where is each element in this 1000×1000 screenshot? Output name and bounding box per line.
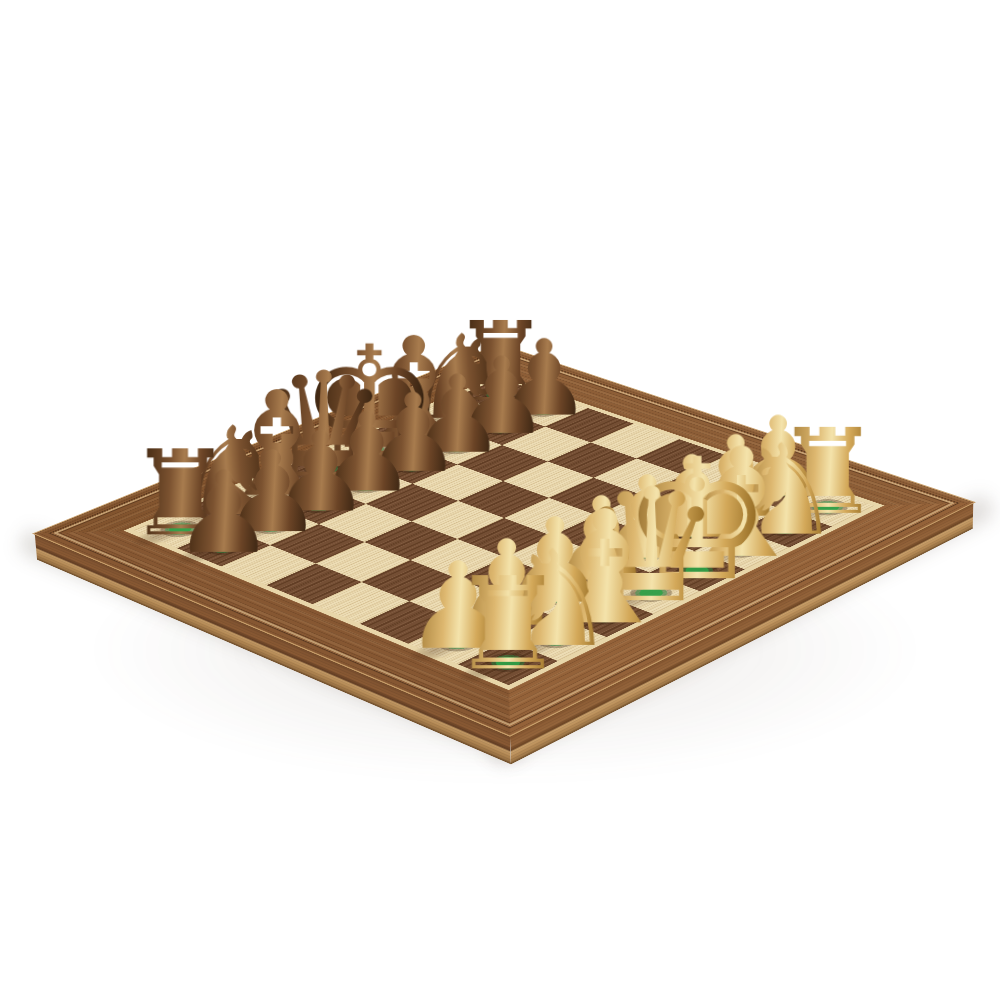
- piece-glyph: ♟: [173, 456, 275, 569]
- rook-icon: ♜: [451, 560, 566, 688]
- camera-roll: ♜♞♝♛♚♝♞♜♟♟♟♟♟♟♟♟♟♟♟♟♟♟♟♟♜♞♝♛♚♝♞♜: [0, 0, 1000, 1000]
- pawn-icon: ♟: [173, 456, 275, 569]
- piece-glyph: ♜: [451, 560, 566, 688]
- scene: ♜♞♝♛♚♝♞♜♟♟♟♟♟♟♟♟♟♟♟♟♟♟♟♟♜♞♝♛♚♝♞♜: [0, 0, 1000, 1000]
- product-photo: ♜♞♝♛♚♝♞♜♟♟♟♟♟♟♟♟♟♟♟♟♟♟♟♟♜♞♝♛♚♝♞♜: [0, 0, 1000, 1000]
- chess-board: ♜♞♝♛♚♝♞♜♟♟♟♟♟♟♟♟♟♟♟♟♟♟♟♟♜♞♝♛♚♝♞♜: [35, 345, 974, 736]
